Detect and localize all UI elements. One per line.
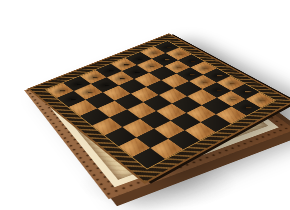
product-photo-scene: ♜♞♝♛♚♝♟♜♟♟♟♟♟♟♟♞♟♝♟♛♟♚♟♝♟♞♟♜ <box>0 0 290 210</box>
chess-board: ♜♞♝♛♚♝♟♜♟♟♟♟♟♟♟♞♟♝♟♛♟♚♟♝♟♞♟♜ <box>30 34 290 181</box>
board-ornamental-border: ♜♞♝♛♚♝♟♜♟♟♟♟♟♟♟♞♟♝♟♛♟♚♟♝♟♞♟♜ <box>30 34 290 181</box>
